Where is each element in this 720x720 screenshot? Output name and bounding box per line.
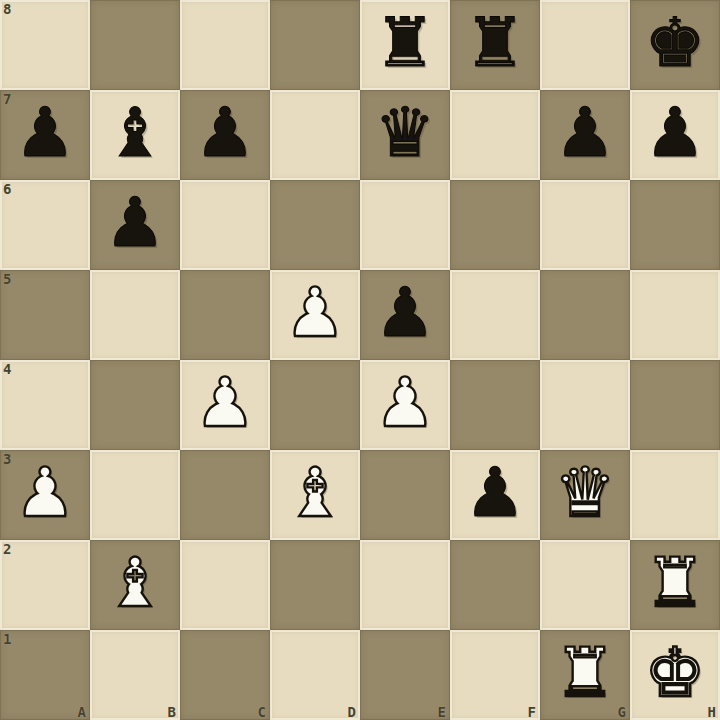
piece-black-pawn-h7[interactable]: ♟ xyxy=(645,90,706,178)
square-f8[interactable]: ♜ xyxy=(450,0,540,90)
square-d3[interactable]: ♝ xyxy=(270,450,360,540)
square-d7[interactable] xyxy=(270,90,360,180)
square-c8[interactable] xyxy=(180,0,270,90)
piece-white-bishop-b2[interactable]: ♝ xyxy=(105,540,166,628)
square-g6[interactable] xyxy=(540,180,630,270)
square-a7[interactable]: 7♟ xyxy=(0,90,90,180)
square-g4[interactable] xyxy=(540,360,630,450)
rank-label-1: 1 xyxy=(3,631,11,647)
chess-board-wrap: 8♜♜♚7♟♝♟♛♟♟6♟5♟♟4♟♟3♟♝♟♛2♝♜1ABCDEFG♜H♚ xyxy=(0,0,720,720)
piece-white-queen-g3[interactable]: ♛ xyxy=(555,450,616,538)
square-b1[interactable]: B xyxy=(90,630,180,720)
square-d5[interactable]: ♟ xyxy=(270,270,360,360)
piece-black-bishop-b7[interactable]: ♝ xyxy=(105,90,166,178)
piece-white-rook-h2[interactable]: ♜ xyxy=(645,540,706,628)
file-label-a: A xyxy=(78,704,86,720)
square-a3[interactable]: 3♟ xyxy=(0,450,90,540)
square-g5[interactable] xyxy=(540,270,630,360)
square-f1[interactable]: F xyxy=(450,630,540,720)
piece-white-pawn-a3[interactable]: ♟ xyxy=(15,450,76,538)
file-label-g: G xyxy=(618,704,626,720)
square-f3[interactable]: ♟ xyxy=(450,450,540,540)
square-h1[interactable]: H♚ xyxy=(630,630,720,720)
piece-black-rook-f8[interactable]: ♜ xyxy=(465,0,526,88)
piece-black-pawn-b6[interactable]: ♟ xyxy=(105,180,166,268)
rank-label-8: 8 xyxy=(3,1,11,17)
square-h5[interactable] xyxy=(630,270,720,360)
piece-white-pawn-e4[interactable]: ♟ xyxy=(375,360,436,448)
rank-label-5: 5 xyxy=(3,271,11,287)
piece-white-pawn-c4[interactable]: ♟ xyxy=(195,360,256,448)
square-a6[interactable]: 6 xyxy=(0,180,90,270)
piece-black-king-h8[interactable]: ♚ xyxy=(645,0,706,88)
square-e4[interactable]: ♟ xyxy=(360,360,450,450)
file-label-b: B xyxy=(168,704,176,720)
square-c4[interactable]: ♟ xyxy=(180,360,270,450)
square-h3[interactable] xyxy=(630,450,720,540)
piece-white-bishop-d3[interactable]: ♝ xyxy=(285,450,346,538)
square-g7[interactable]: ♟ xyxy=(540,90,630,180)
piece-black-rook-e8[interactable]: ♜ xyxy=(375,0,436,88)
square-h8[interactable]: ♚ xyxy=(630,0,720,90)
piece-black-pawn-a7[interactable]: ♟ xyxy=(15,90,76,178)
square-c1[interactable]: C xyxy=(180,630,270,720)
square-e7[interactable]: ♛ xyxy=(360,90,450,180)
piece-black-pawn-c7[interactable]: ♟ xyxy=(195,90,256,178)
piece-black-queen-e7[interactable]: ♛ xyxy=(375,90,436,178)
file-label-h: H xyxy=(708,704,716,720)
square-h7[interactable]: ♟ xyxy=(630,90,720,180)
file-label-e: E xyxy=(438,704,446,720)
square-c6[interactable] xyxy=(180,180,270,270)
square-e3[interactable] xyxy=(360,450,450,540)
square-e1[interactable]: E xyxy=(360,630,450,720)
piece-white-rook-g1[interactable]: ♜ xyxy=(555,630,616,718)
square-f5[interactable] xyxy=(450,270,540,360)
square-a2[interactable]: 2 xyxy=(0,540,90,630)
square-f6[interactable] xyxy=(450,180,540,270)
square-f7[interactable] xyxy=(450,90,540,180)
square-b6[interactable]: ♟ xyxy=(90,180,180,270)
file-label-c: C xyxy=(258,704,266,720)
square-c7[interactable]: ♟ xyxy=(180,90,270,180)
square-f2[interactable] xyxy=(450,540,540,630)
square-g1[interactable]: G♜ xyxy=(540,630,630,720)
square-d1[interactable]: D xyxy=(270,630,360,720)
square-c5[interactable] xyxy=(180,270,270,360)
square-c3[interactable] xyxy=(180,450,270,540)
square-e2[interactable] xyxy=(360,540,450,630)
square-g8[interactable] xyxy=(540,0,630,90)
chess-board: 8♜♜♚7♟♝♟♛♟♟6♟5♟♟4♟♟3♟♝♟♛2♝♜1ABCDEFG♜H♚ xyxy=(0,0,720,720)
square-a8[interactable]: 8 xyxy=(0,0,90,90)
square-b7[interactable]: ♝ xyxy=(90,90,180,180)
rank-label-3: 3 xyxy=(3,451,11,467)
rank-label-7: 7 xyxy=(3,91,11,107)
square-a5[interactable]: 5 xyxy=(0,270,90,360)
piece-white-pawn-d5[interactable]: ♟ xyxy=(285,270,346,358)
square-e6[interactable] xyxy=(360,180,450,270)
square-d8[interactable] xyxy=(270,0,360,90)
square-a1[interactable]: 1A xyxy=(0,630,90,720)
file-label-d: D xyxy=(348,704,356,720)
piece-white-king-h1[interactable]: ♚ xyxy=(645,630,706,718)
piece-black-pawn-f3[interactable]: ♟ xyxy=(465,450,526,538)
square-b5[interactable] xyxy=(90,270,180,360)
file-label-f: F xyxy=(528,704,536,720)
square-f4[interactable] xyxy=(450,360,540,450)
rank-label-4: 4 xyxy=(3,361,11,377)
square-d2[interactable] xyxy=(270,540,360,630)
square-b2[interactable]: ♝ xyxy=(90,540,180,630)
square-b4[interactable] xyxy=(90,360,180,450)
square-b8[interactable] xyxy=(90,0,180,90)
rank-label-2: 2 xyxy=(3,541,11,557)
square-d4[interactable] xyxy=(270,360,360,450)
rank-label-6: 6 xyxy=(3,181,11,197)
square-g2[interactable] xyxy=(540,540,630,630)
square-h2[interactable]: ♜ xyxy=(630,540,720,630)
square-e5[interactable]: ♟ xyxy=(360,270,450,360)
square-g3[interactable]: ♛ xyxy=(540,450,630,540)
piece-black-pawn-e5[interactable]: ♟ xyxy=(375,270,436,358)
square-c2[interactable] xyxy=(180,540,270,630)
square-h4[interactable] xyxy=(630,360,720,450)
square-e8[interactable]: ♜ xyxy=(360,0,450,90)
square-a4[interactable]: 4 xyxy=(0,360,90,450)
square-b3[interactable] xyxy=(90,450,180,540)
square-d6[interactable] xyxy=(270,180,360,270)
piece-black-pawn-g7[interactable]: ♟ xyxy=(555,90,616,178)
square-h6[interactable] xyxy=(630,180,720,270)
